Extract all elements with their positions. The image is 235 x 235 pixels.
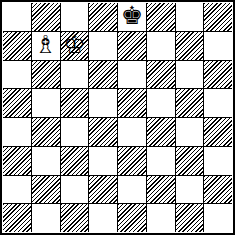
square-c8[interactable] (61, 3, 89, 31)
square-a8[interactable] (3, 3, 31, 31)
square-c2[interactable] (61, 176, 89, 204)
square-b4[interactable] (32, 118, 60, 146)
square-b7[interactable]: ♗ (32, 32, 60, 60)
square-d8[interactable] (89, 3, 117, 31)
square-h3[interactable] (204, 147, 232, 175)
square-d1[interactable] (89, 204, 117, 232)
square-c5[interactable] (61, 89, 89, 117)
square-b1[interactable] (32, 204, 60, 232)
square-b8[interactable] (32, 3, 60, 31)
square-e2[interactable] (118, 176, 146, 204)
square-d4[interactable] (89, 118, 117, 146)
square-h1[interactable] (204, 204, 232, 232)
square-d2[interactable] (89, 176, 117, 204)
square-g4[interactable] (176, 118, 204, 146)
square-a6[interactable] (3, 61, 31, 89)
square-e8[interactable]: ♚ (118, 3, 146, 31)
square-h6[interactable] (204, 61, 232, 89)
white-bishop-piece: ♗ (34, 32, 56, 57)
square-e4[interactable] (118, 118, 146, 146)
square-f4[interactable] (147, 118, 175, 146)
square-a4[interactable] (3, 118, 31, 146)
square-f3[interactable] (147, 147, 175, 175)
square-f2[interactable] (147, 176, 175, 204)
square-f5[interactable] (147, 89, 175, 117)
square-f8[interactable] (147, 3, 175, 31)
square-g8[interactable] (176, 3, 204, 31)
square-h5[interactable] (204, 89, 232, 117)
square-b6[interactable] (32, 61, 60, 89)
square-a1[interactable] (3, 204, 31, 232)
square-g1[interactable] (176, 204, 204, 232)
board-frame: ♚♗♔ (0, 0, 235, 235)
square-e3[interactable] (118, 147, 146, 175)
square-a5[interactable] (3, 89, 31, 117)
square-a2[interactable] (3, 176, 31, 204)
square-g2[interactable] (176, 176, 204, 204)
square-b2[interactable] (32, 176, 60, 204)
square-h7[interactable] (204, 32, 232, 60)
square-c7[interactable]: ♔ (61, 32, 89, 60)
square-d3[interactable] (89, 147, 117, 175)
white-king-piece: ♔ (63, 32, 85, 57)
square-f1[interactable] (147, 204, 175, 232)
square-c3[interactable] (61, 147, 89, 175)
square-f6[interactable] (147, 61, 175, 89)
square-d6[interactable] (89, 61, 117, 89)
square-d5[interactable] (89, 89, 117, 117)
chess-board: ♚♗♔ (3, 3, 232, 232)
square-e7[interactable] (118, 32, 146, 60)
square-b5[interactable] (32, 89, 60, 117)
square-d7[interactable] (89, 32, 117, 60)
square-g5[interactable] (176, 89, 204, 117)
square-g6[interactable] (176, 61, 204, 89)
square-c6[interactable] (61, 61, 89, 89)
square-e1[interactable] (118, 204, 146, 232)
square-e6[interactable] (118, 61, 146, 89)
square-g3[interactable] (176, 147, 204, 175)
square-h8[interactable] (204, 3, 232, 31)
square-b3[interactable] (32, 147, 60, 175)
square-a3[interactable] (3, 147, 31, 175)
square-h4[interactable] (204, 118, 232, 146)
square-c4[interactable] (61, 118, 89, 146)
chess-diagram: ♚♗♔ (0, 0, 235, 235)
square-h2[interactable] (204, 176, 232, 204)
square-g7[interactable] (176, 32, 204, 60)
square-c1[interactable] (61, 204, 89, 232)
square-a7[interactable] (3, 32, 31, 60)
black-king-piece: ♚ (121, 3, 143, 28)
square-e5[interactable] (118, 89, 146, 117)
square-f7[interactable] (147, 32, 175, 60)
